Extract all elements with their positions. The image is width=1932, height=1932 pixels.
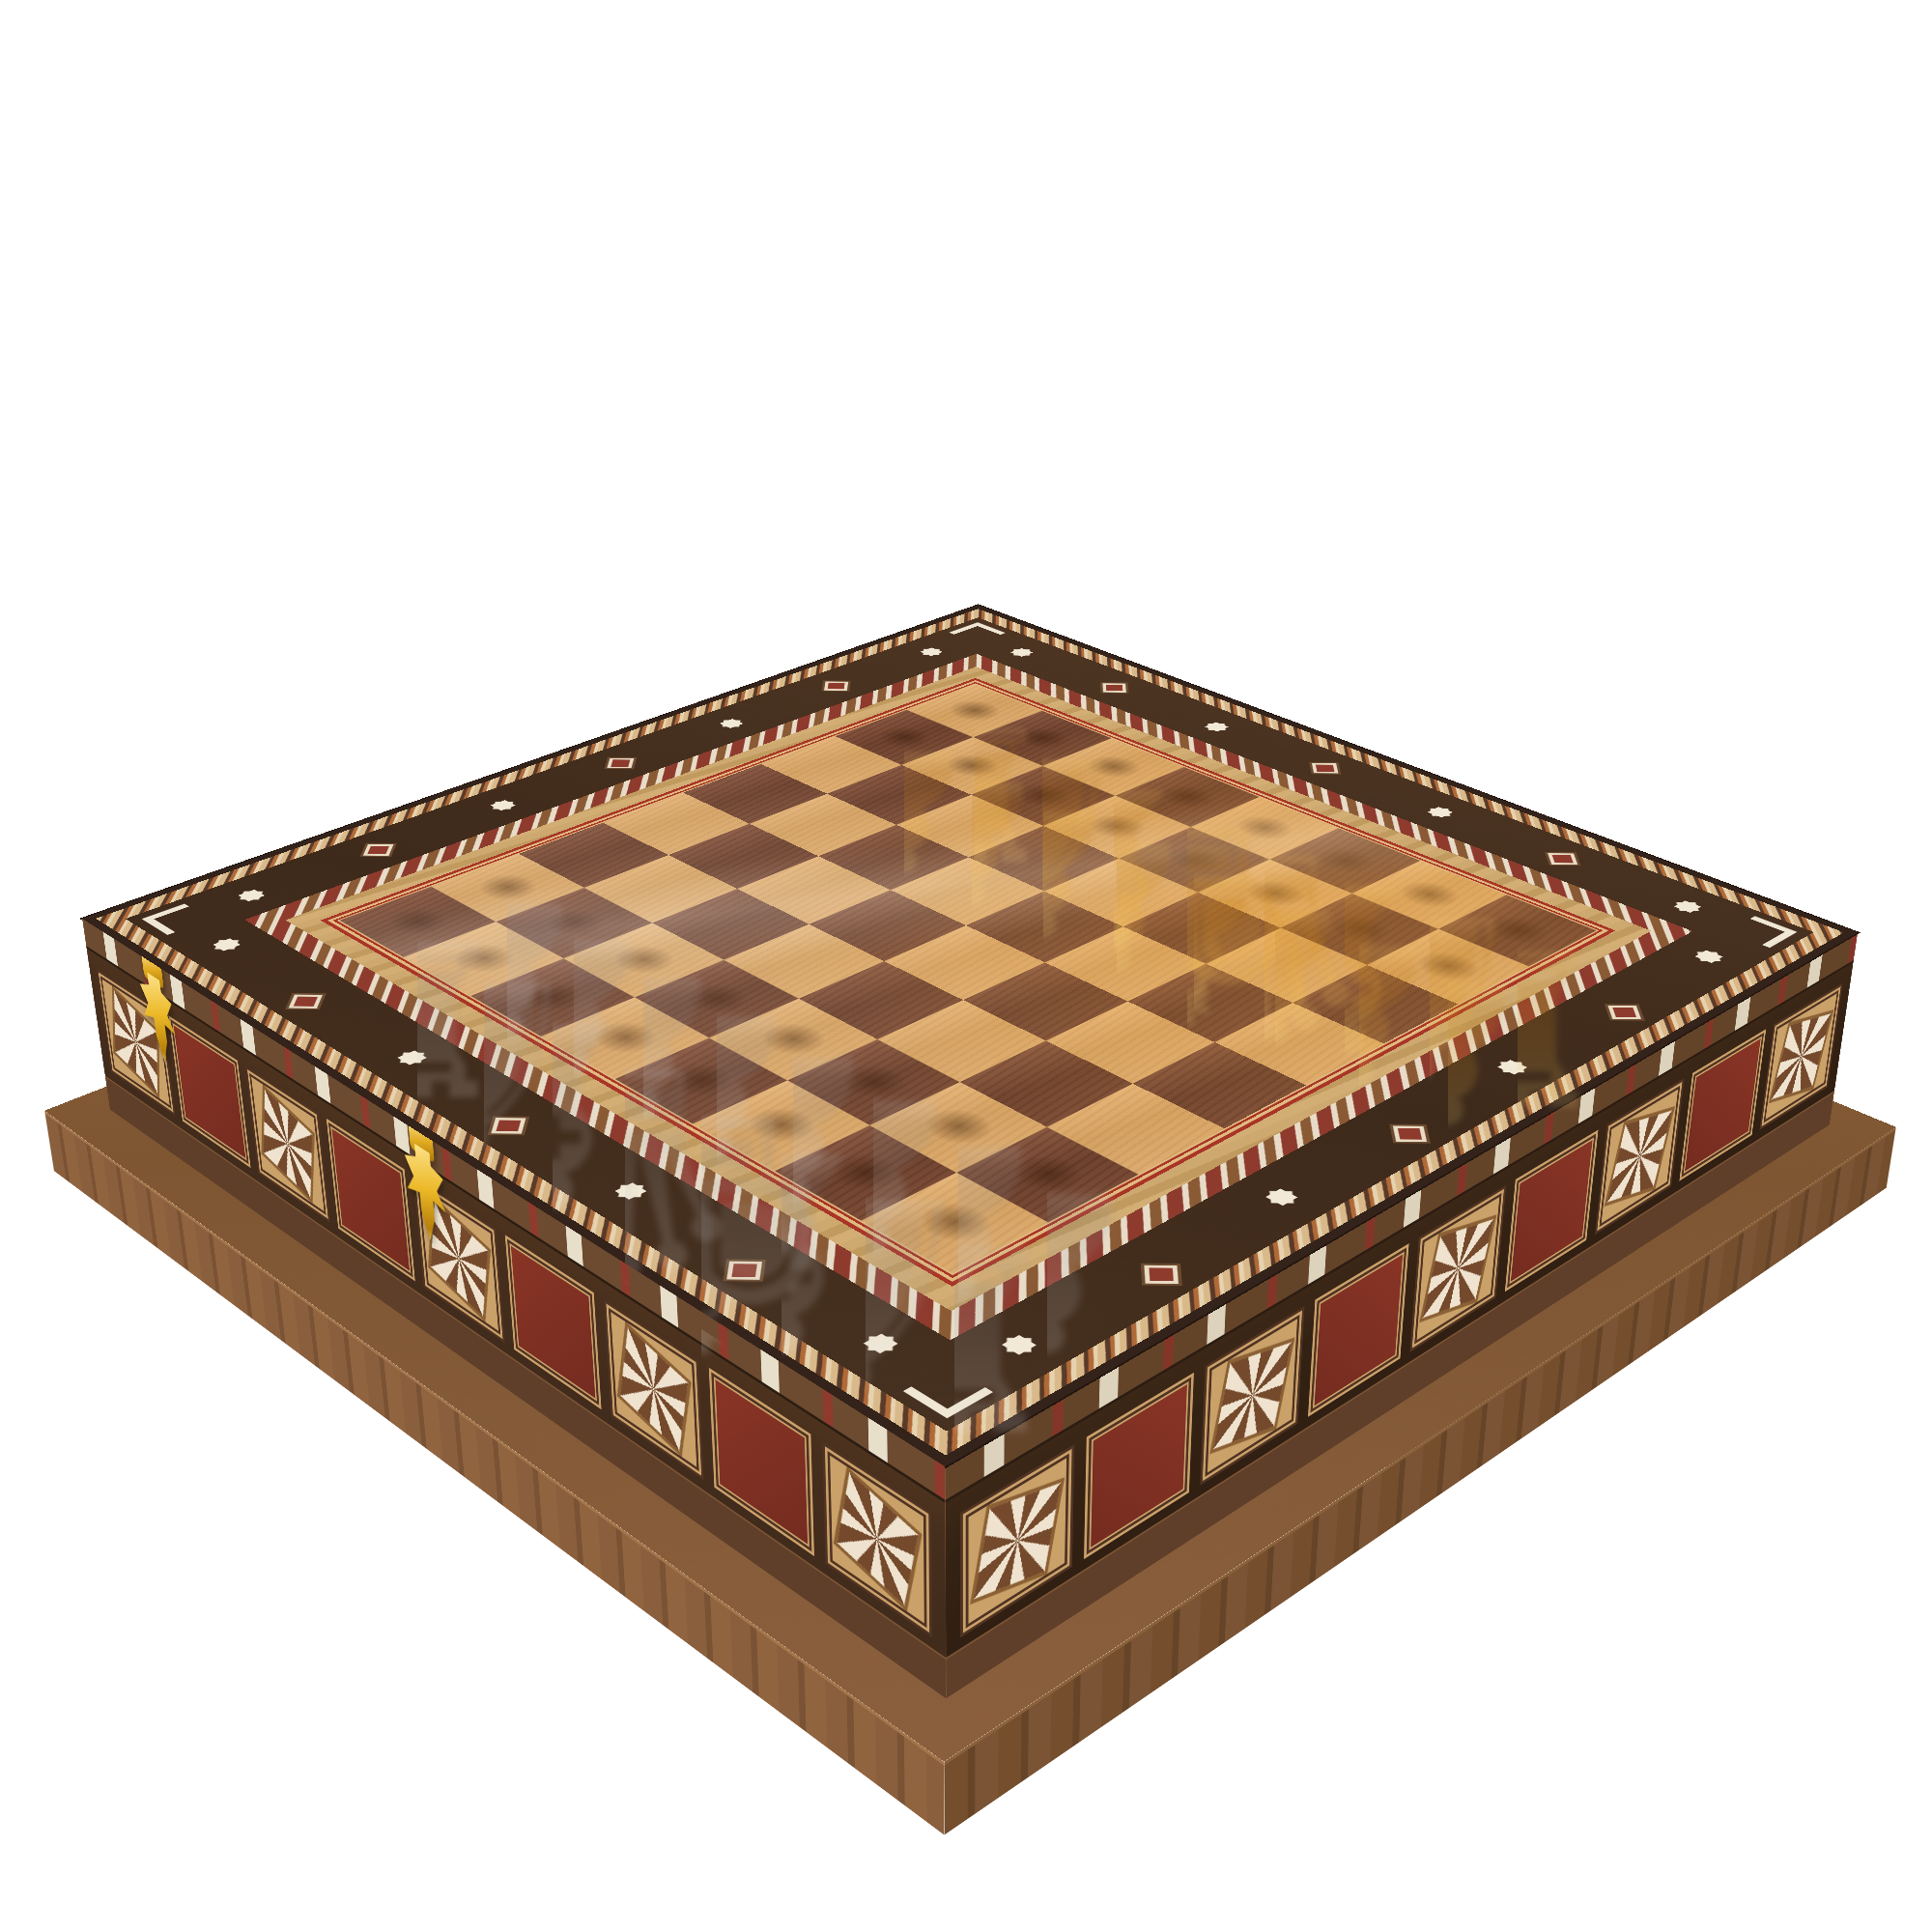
rook-glyph-icon: ♜ <box>244 719 591 930</box>
square-f5[interactable] <box>1045 926 1207 1001</box>
mosaic-corner-mark <box>142 903 212 934</box>
piece-contact-shadow <box>423 930 544 986</box>
mosaic-star-icon <box>915 645 949 658</box>
mosaic-star-icon <box>206 935 247 954</box>
piece-contact-shadow <box>562 1007 689 1068</box>
mosaic-diamond-icon <box>1316 765 1335 772</box>
pawn-glyph-icon: ♟ <box>338 713 677 896</box>
mosaic-corner-mark <box>903 1365 993 1418</box>
pinwheel-star-icon <box>1213 1343 1292 1449</box>
mosaic-diamond-icon <box>294 997 318 1007</box>
mosaic-star-icon <box>714 717 750 731</box>
pinwheel-star-icon <box>1772 1013 1832 1099</box>
pinwheel-star-icon <box>1607 1111 1672 1203</box>
pinwheel-star-icon <box>837 1472 918 1605</box>
mosaic-star-icon <box>1667 897 1708 916</box>
mosaic-star-icon <box>855 1329 907 1359</box>
mosaic-diamond-icon <box>828 683 845 690</box>
pinwheel-star-icon <box>1423 1219 1493 1318</box>
mosaic-corner-mark <box>949 622 1006 643</box>
mosaic-diamond-icon <box>368 846 390 854</box>
mosaic-diamond-icon <box>731 1264 756 1277</box>
mosaic-corner-mark <box>1727 916 1798 948</box>
mosaic-diamond-icon <box>496 1121 521 1132</box>
mosaic-star-icon <box>1199 720 1235 734</box>
mosaic-star-icon <box>1005 646 1038 659</box>
mosaic-diamond-icon <box>1612 1008 1636 1017</box>
mosaic-star-icon <box>1689 947 1730 966</box>
board-red-pinstripe-inner: ♜♜♞♞♝♝♚♚♛♛♝♝♞♞♜♜♟♟♟♟♟♟♟♟♟♟♟♟♟♟♟♟♟♟♟♟♟♟♟♟… <box>333 682 1604 1278</box>
mosaic-diamond-icon <box>1551 855 1573 863</box>
mosaic-diamond-icon <box>1398 1128 1422 1140</box>
mosaic-star-icon <box>1421 804 1459 820</box>
piece-contact-shadow <box>884 1184 1026 1261</box>
mosaic-star-icon <box>231 887 270 905</box>
square-d1[interactable]: ♛♛ <box>541 997 709 1079</box>
piece-contact-shadow <box>1371 868 1489 921</box>
mosaic-star-icon <box>390 1047 435 1069</box>
pinwheel-star-icon <box>975 1483 1061 1599</box>
mosaic-diamond-icon <box>1106 685 1122 692</box>
board-grid: ♜♜♞♞♝♝♚♚♛♛♝♝♞♞♜♜♟♟♟♟♟♟♟♟♟♟♟♟♟♟♟♟♟♟♟♟♟♟♟♟… <box>340 684 1597 1273</box>
piece-contact-shadow <box>1386 938 1510 995</box>
pinwheel-star-icon <box>620 1327 688 1451</box>
mosaic-star-icon <box>1490 1056 1534 1078</box>
mosaic-diamond-icon <box>1150 1267 1174 1281</box>
square-d4[interactable] <box>810 890 966 961</box>
mosaic-star-icon <box>1258 1184 1306 1209</box>
mosaic-diamond-icon <box>611 759 630 766</box>
mosaic-star-icon <box>484 797 522 812</box>
product-photo-scene: ♜♜♞♞♝♝♚♚♛♛♝♝♞♞♜♜♟♟♟♟♟♟♟♟♟♟♟♟♟♟♟♟♟♟♟♟♟♟♟♟… <box>0 0 1932 1932</box>
mosaic-star-icon <box>607 1179 654 1204</box>
piece-contact-shadow <box>1457 903 1577 957</box>
pinwheel-star-icon <box>264 1090 312 1199</box>
mosaic-star-icon <box>993 1330 1045 1360</box>
